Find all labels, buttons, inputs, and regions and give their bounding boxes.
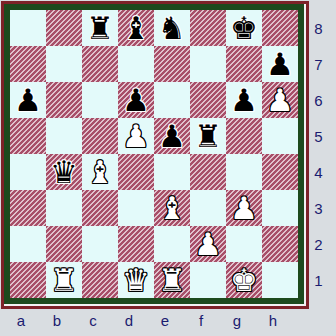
board-frame-highlight: ♜♝♞♚♟♟♟♟♟♟♟♜♛♝♝♟♟♜♛♜♚: [4, 4, 306, 306]
white-rook-e1[interactable]: ♜: [158, 262, 186, 298]
rank-labels: 87654321: [309, 10, 336, 298]
black-pawn-e5[interactable]: ♟: [158, 118, 186, 154]
square-e2[interactable]: [154, 226, 190, 262]
square-d2[interactable]: [118, 226, 154, 262]
rank-label-7: 7: [309, 46, 336, 82]
file-label-h: h: [255, 308, 291, 332]
black-pawn-g6[interactable]: ♟: [230, 82, 258, 118]
black-rook-c8[interactable]: ♜: [86, 10, 114, 46]
white-queen-d1[interactable]: ♛: [122, 262, 150, 298]
square-f3[interactable]: [190, 190, 226, 226]
square-f4[interactable]: [190, 154, 226, 190]
square-b5[interactable]: [46, 118, 82, 154]
black-knight-e8[interactable]: ♞: [158, 10, 186, 46]
square-f2[interactable]: ♟: [190, 226, 226, 262]
rank-label-1: 1: [309, 262, 336, 298]
rank-label-8: 8: [309, 10, 336, 46]
square-a7[interactable]: [10, 46, 46, 82]
square-a5[interactable]: [10, 118, 46, 154]
square-c3[interactable]: [82, 190, 118, 226]
white-king-g1[interactable]: ♚: [230, 262, 258, 298]
square-f6[interactable]: [190, 82, 226, 118]
square-h3[interactable]: [262, 190, 298, 226]
square-b1[interactable]: ♜: [46, 262, 82, 298]
square-f8[interactable]: [190, 10, 226, 46]
square-e1[interactable]: ♜: [154, 262, 190, 298]
square-c5[interactable]: [82, 118, 118, 154]
square-c7[interactable]: [82, 46, 118, 82]
square-e7[interactable]: [154, 46, 190, 82]
square-g5[interactable]: [226, 118, 262, 154]
file-label-e: e: [147, 308, 183, 332]
square-d7[interactable]: [118, 46, 154, 82]
square-e4[interactable]: [154, 154, 190, 190]
square-c2[interactable]: [82, 226, 118, 262]
square-b3[interactable]: [46, 190, 82, 226]
black-pawn-d6[interactable]: ♟: [122, 82, 150, 118]
square-h6[interactable]: ♟: [262, 82, 298, 118]
rank-label-3: 3: [309, 190, 336, 226]
square-g8[interactable]: ♚: [226, 10, 262, 46]
square-c8[interactable]: ♜: [82, 10, 118, 46]
square-g6[interactable]: ♟: [226, 82, 262, 118]
square-h5[interactable]: [262, 118, 298, 154]
square-g2[interactable]: [226, 226, 262, 262]
white-pawn-f2[interactable]: ♟: [194, 226, 222, 262]
file-label-d: d: [111, 308, 147, 332]
square-b8[interactable]: [46, 10, 82, 46]
square-d5[interactable]: ♟: [118, 118, 154, 154]
chess-board[interactable]: ♜♝♞♚♟♟♟♟♟♟♟♜♛♝♝♟♟♜♛♜♚: [10, 10, 298, 298]
file-label-c: c: [75, 308, 111, 332]
square-h8[interactable]: [262, 10, 298, 46]
white-pawn-h6[interactable]: ♟: [266, 82, 294, 118]
board-frame-inner: ♜♝♞♚♟♟♟♟♟♟♟♜♛♝♝♟♟♜♛♜♚: [4, 4, 304, 304]
black-pawn-a6[interactable]: ♟: [14, 82, 42, 118]
square-a8[interactable]: [10, 10, 46, 46]
file-label-b: b: [39, 308, 75, 332]
white-bishop-c4[interactable]: ♝: [86, 154, 114, 190]
square-b4[interactable]: ♛: [46, 154, 82, 190]
square-a1[interactable]: [10, 262, 46, 298]
square-h4[interactable]: [262, 154, 298, 190]
board-frame-outer: ♜♝♞♚♟♟♟♟♟♟♟♜♛♝♝♟♟♜♛♜♚: [1, 1, 309, 309]
rank-label-5: 5: [309, 118, 336, 154]
square-b2[interactable]: [46, 226, 82, 262]
square-d1[interactable]: ♛: [118, 262, 154, 298]
white-pawn-g3[interactable]: ♟: [230, 190, 258, 226]
square-e3[interactable]: ♝: [154, 190, 190, 226]
square-g4[interactable]: [226, 154, 262, 190]
square-h2[interactable]: [262, 226, 298, 262]
square-b7[interactable]: [46, 46, 82, 82]
square-a3[interactable]: [10, 190, 46, 226]
rank-label-2: 2: [309, 226, 336, 262]
black-bishop-d8[interactable]: ♝: [122, 10, 150, 46]
black-pawn-h7[interactable]: ♟: [266, 46, 294, 82]
rank-label-4: 4: [309, 154, 336, 190]
square-g1[interactable]: ♚: [226, 262, 262, 298]
square-c1[interactable]: [82, 262, 118, 298]
square-c6[interactable]: [82, 82, 118, 118]
file-label-f: f: [183, 308, 219, 332]
square-d3[interactable]: [118, 190, 154, 226]
square-e8[interactable]: ♞: [154, 10, 190, 46]
square-f7[interactable]: [190, 46, 226, 82]
square-e5[interactable]: ♟: [154, 118, 190, 154]
square-e6[interactable]: [154, 82, 190, 118]
square-a4[interactable]: [10, 154, 46, 190]
square-a6[interactable]: ♟: [10, 82, 46, 118]
white-rook-b1[interactable]: ♜: [50, 262, 78, 298]
square-d8[interactable]: ♝: [118, 10, 154, 46]
black-queen-b4[interactable]: ♛: [50, 154, 78, 190]
square-g3[interactable]: ♟: [226, 190, 262, 226]
square-h1[interactable]: [262, 262, 298, 298]
square-b6[interactable]: [46, 82, 82, 118]
file-labels: abcdefgh: [10, 308, 298, 332]
square-d4[interactable]: [118, 154, 154, 190]
chessboard-window: ♜♝♞♚♟♟♟♟♟♟♟♜♛♝♝♟♟♜♛♜♚ 87654321 abcdefgh: [0, 0, 336, 336]
square-g7[interactable]: [226, 46, 262, 82]
square-d6[interactable]: ♟: [118, 82, 154, 118]
black-king-g8[interactable]: ♚: [230, 10, 258, 46]
square-c4[interactable]: ♝: [82, 154, 118, 190]
white-pawn-d5[interactable]: ♟: [122, 118, 150, 154]
square-f5[interactable]: ♜: [190, 118, 226, 154]
file-label-g: g: [219, 308, 255, 332]
square-a2[interactable]: [10, 226, 46, 262]
file-label-a: a: [3, 308, 39, 332]
rank-label-6: 6: [309, 82, 336, 118]
black-rook-f5[interactable]: ♜: [194, 118, 222, 154]
square-f1[interactable]: [190, 262, 226, 298]
white-bishop-e3[interactable]: ♝: [158, 190, 186, 226]
square-h7[interactable]: ♟: [262, 46, 298, 82]
